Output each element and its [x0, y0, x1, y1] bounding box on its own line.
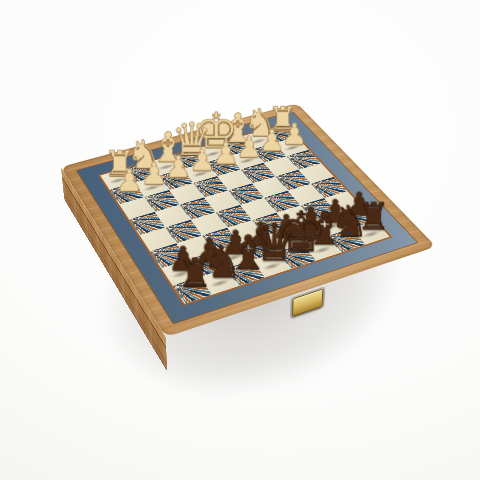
- chess-box: ♜♞♝♛♚♝♞♜♟♟♟♟♟♟♟♟♟♟♟♟♟♟♟♟♜♞♝♛♚♝♞♜: [61, 103, 436, 337]
- piece-black-rook-a8[interactable]: ♜: [170, 254, 218, 294]
- brass-clasp[interactable]: [292, 288, 323, 316]
- scene: ♜♞♝♛♚♝♞♜♟♟♟♟♟♟♟♟♟♟♟♟♟♟♟♟♜♞♝♛♚♝♞♜: [0, 0, 480, 480]
- box-lid-top: ♜♞♝♛♚♝♞♜♟♟♟♟♟♟♟♟♟♟♟♟♟♟♟♟♜♞♝♛♚♝♞♜: [61, 103, 436, 337]
- piece-white-pawn-a2[interactable]: ♟: [107, 165, 151, 196]
- product-photo: ♜♞♝♛♚♝♞♜♟♟♟♟♟♟♟♟♟♟♟♟♟♟♟♟♜♞♝♛♚♝♞♜: [0, 0, 480, 480]
